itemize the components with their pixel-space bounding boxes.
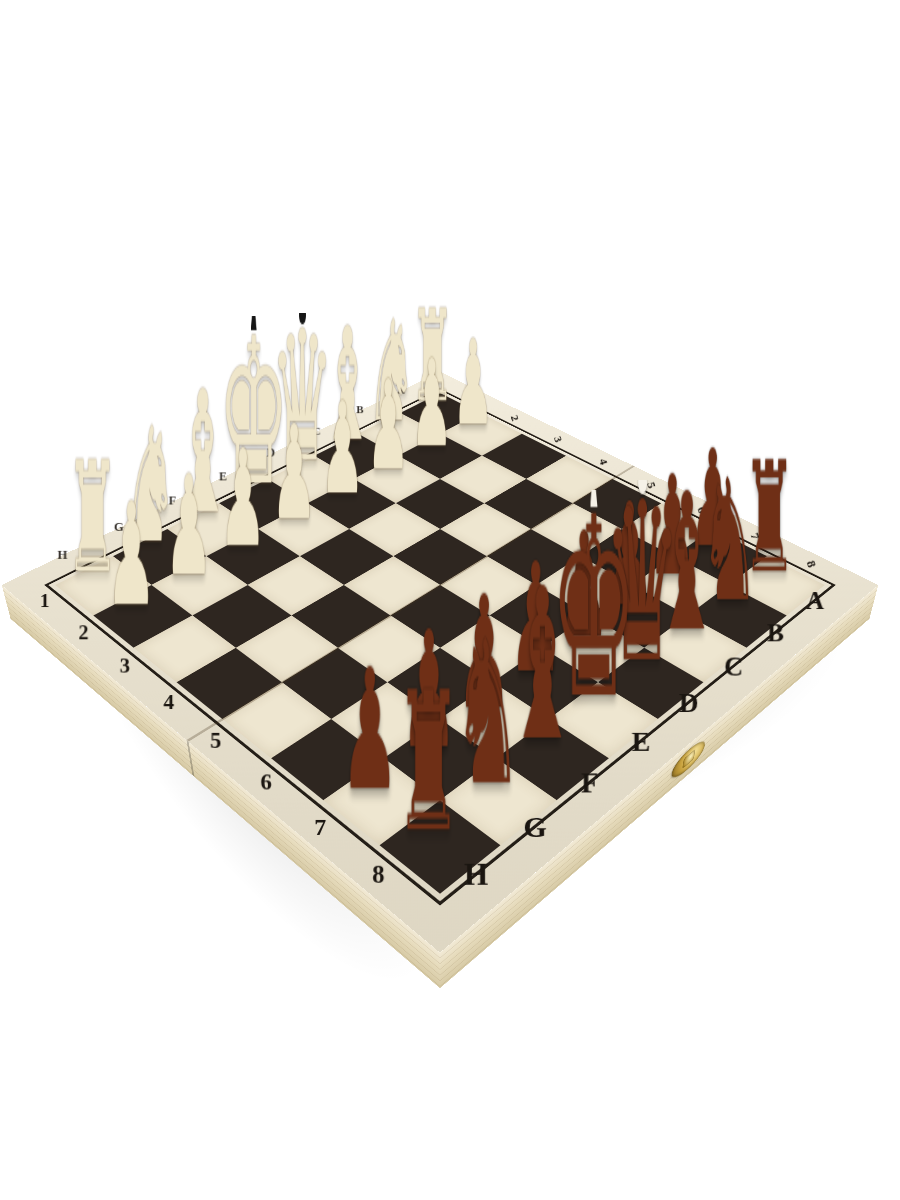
brass-clasp-icon[interactable] <box>670 735 707 785</box>
square-h8[interactable]: ♜ <box>380 800 501 894</box>
piece-black-rook[interactable]: ♜ <box>365 672 493 854</box>
product-photo-scene: ♜♟♟♜♞♟♟♞♝♟♟♝♛♟♟♛♚♟♟♚♝♟♟♝♞♟♟♞♜♟♟♜ 11AA22B… <box>0 0 900 1200</box>
piece-white-pawn[interactable]: ♟ <box>80 487 184 622</box>
rook-glyph: ♜ <box>395 672 462 854</box>
pawn-glyph: ♟ <box>107 487 156 622</box>
chess-board: ♜♟♟♜♞♟♟♞♝♟♟♝♛♟♟♛♚♟♟♚♝♟♟♝♞♟♟♞♜♟♟♜ 11AA22B… <box>2 372 879 953</box>
board-grid: ♜♟♟♜♞♟♟♞♝♟♟♝♛♟♟♛♚♟♟♚♝♟♟♝♞♟♟♞♜♟♟♜ <box>55 393 824 894</box>
